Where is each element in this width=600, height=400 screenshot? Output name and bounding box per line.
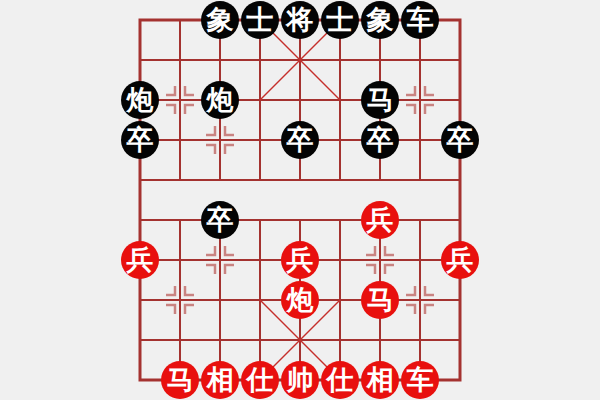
piece-red-horse[interactable]: 马 <box>361 281 399 319</box>
piece-red-soldier[interactable]: 兵 <box>361 201 399 239</box>
piece-red-soldier[interactable]: 兵 <box>281 241 319 279</box>
piece-red-cannon[interactable]: 炮 <box>281 281 319 319</box>
piece-black-elephant[interactable]: 象 <box>361 1 399 39</box>
piece-layer: 象士将士象车炮炮马卒卒卒卒卒兵兵兵兵炮马马相仕帅仕相车 <box>120 0 480 400</box>
piece-black-soldier[interactable]: 卒 <box>361 121 399 159</box>
piece-black-soldier[interactable]: 卒 <box>281 121 319 159</box>
piece-black-soldier[interactable]: 卒 <box>201 201 239 239</box>
piece-red-horse[interactable]: 马 <box>161 361 199 399</box>
piece-black-cannon[interactable]: 炮 <box>121 81 159 119</box>
piece-black-elephant[interactable]: 象 <box>201 1 239 39</box>
piece-red-elephant[interactable]: 相 <box>361 361 399 399</box>
piece-red-general[interactable]: 帅 <box>281 361 319 399</box>
piece-black-advisor[interactable]: 士 <box>241 1 279 39</box>
piece-red-soldier[interactable]: 兵 <box>121 241 159 279</box>
piece-black-soldier[interactable]: 卒 <box>121 121 159 159</box>
piece-red-chariot[interactable]: 车 <box>401 361 439 399</box>
piece-red-soldier[interactable]: 兵 <box>441 241 479 279</box>
piece-red-advisor[interactable]: 仕 <box>321 361 359 399</box>
piece-red-elephant[interactable]: 相 <box>201 361 239 399</box>
piece-black-soldier[interactable]: 卒 <box>441 121 479 159</box>
piece-black-chariot[interactable]: 车 <box>401 1 439 39</box>
piece-black-general[interactable]: 将 <box>281 1 319 39</box>
piece-red-advisor[interactable]: 仕 <box>241 361 279 399</box>
xiangqi-board[interactable]: 象士将士象车炮炮马卒卒卒卒卒兵兵兵兵炮马马相仕帅仕相车 <box>0 0 600 400</box>
piece-black-cannon[interactable]: 炮 <box>201 81 239 119</box>
piece-black-advisor[interactable]: 士 <box>321 1 359 39</box>
piece-black-horse[interactable]: 马 <box>361 81 399 119</box>
